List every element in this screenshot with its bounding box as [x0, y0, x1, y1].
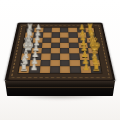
square-d6[interactable]	[69, 43, 78, 48]
square-d5[interactable]	[60, 43, 69, 48]
square-d4[interactable]	[51, 43, 60, 48]
square-d3[interactable]	[42, 43, 51, 48]
square-h6[interactable]	[70, 66, 81, 73]
square-h8[interactable]: ♜	[90, 66, 101, 73]
square-b5[interactable]	[60, 33, 69, 38]
chess-board-grid: ♜♟♟♜♞♟♟♞♝♟♟♝♛♟♟♛♚♟♟♚♝♟♟♝♞♟♟♞♜♟♟♜	[19, 28, 102, 73]
square-h5[interactable]	[60, 66, 70, 73]
white-pawn-piece[interactable]: ♟	[29, 63, 39, 72]
black-rook-piece[interactable]: ♜	[91, 62, 101, 73]
product-photo-stage: ♜♟♟♜♞♟♟♞♝♟♟♝♛♟♟♛♚♟♟♚♝♟♟♝♞♟♟♞♜♟♟♜	[0, 0, 120, 120]
case-front-side	[5, 81, 115, 96]
case-lid-seam	[7, 87, 113, 88]
white-rook-piece[interactable]: ♜	[19, 62, 29, 73]
square-b3[interactable]	[42, 33, 51, 38]
square-b4[interactable]	[51, 33, 60, 38]
square-h2[interactable]: ♟	[29, 66, 40, 73]
square-h4[interactable]	[50, 66, 60, 73]
square-h3[interactable]	[39, 66, 50, 73]
square-h7[interactable]: ♟	[80, 66, 91, 73]
square-h1[interactable]: ♜	[19, 66, 30, 73]
board-case-top: ♜♟♟♜♞♟♟♞♝♟♟♝♛♟♟♛♚♟♟♚♝♟♟♝♞♟♟♞♜♟♟♜	[4, 23, 115, 82]
square-c4[interactable]	[51, 37, 60, 42]
square-c5[interactable]	[60, 37, 69, 42]
black-pawn-piece[interactable]: ♟	[81, 63, 91, 72]
board-frame: ♜♟♟♜♞♟♟♞♝♟♟♝♛♟♟♛♚♟♟♚♝♟♟♝♞♟♟♞♜♟♟♜	[8, 24, 113, 80]
square-c6[interactable]	[69, 37, 78, 42]
square-c3[interactable]	[42, 37, 51, 42]
